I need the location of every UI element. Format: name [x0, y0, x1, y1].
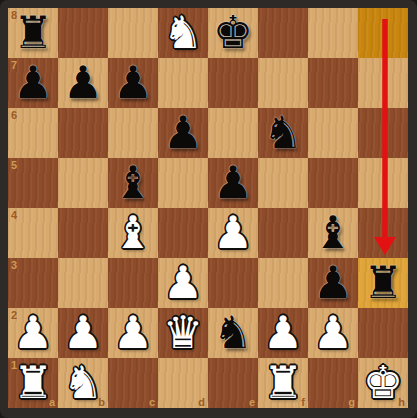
white-knight[interactable]: ♞ [63, 358, 103, 408]
square-f3[interactable] [258, 258, 308, 308]
black-rook[interactable]: ♜ [13, 8, 53, 58]
square-c8[interactable] [108, 8, 158, 58]
square-h2[interactable] [358, 308, 408, 358]
square-a1[interactable]: 1a♜ [8, 358, 58, 408]
square-a3[interactable]: 3 [8, 258, 58, 308]
file-label-h: h [398, 396, 405, 408]
black-pawn[interactable]: ♟ [13, 58, 53, 108]
rank-label-2: 2 [11, 309, 17, 321]
white-pawn[interactable]: ♟ [213, 208, 253, 258]
file-label-b: b [98, 396, 105, 408]
square-h3[interactable]: ♜ [358, 258, 408, 308]
square-c2[interactable]: ♟ [108, 308, 158, 358]
square-h4[interactable] [358, 208, 408, 258]
square-c6[interactable] [108, 108, 158, 158]
black-knight[interactable]: ♞ [263, 108, 303, 158]
square-h5[interactable] [358, 158, 408, 208]
square-b7[interactable]: ♟ [58, 58, 108, 108]
square-e2[interactable]: ♞ [208, 308, 258, 358]
square-c3[interactable] [108, 258, 158, 308]
white-pawn[interactable]: ♟ [313, 308, 353, 358]
square-a4[interactable]: 4 [8, 208, 58, 258]
black-rook[interactable]: ♜ [363, 258, 403, 308]
board-frame: 8♜♞♚7♟♟♟6♟♞5♝♟4♝♟♝3♟♟♜2♟♟♟♛♞♟♟1a♜b♞cdef♜… [0, 0, 417, 418]
square-c1[interactable]: c [108, 358, 158, 408]
black-bishop[interactable]: ♝ [113, 158, 153, 208]
square-b2[interactable]: ♟ [58, 308, 108, 358]
rank-label-3: 3 [11, 259, 17, 271]
square-g7[interactable] [308, 58, 358, 108]
square-b8[interactable] [58, 8, 108, 58]
square-g3[interactable]: ♟ [308, 258, 358, 308]
black-pawn[interactable]: ♟ [113, 58, 153, 108]
white-bishop[interactable]: ♝ [113, 208, 153, 258]
white-rook[interactable]: ♜ [263, 358, 303, 408]
black-king[interactable]: ♚ [213, 8, 253, 58]
rank-label-6: 6 [11, 109, 17, 121]
rank-label-5: 5 [11, 159, 17, 171]
square-h7[interactable] [358, 58, 408, 108]
rank-label-8: 8 [11, 9, 17, 21]
square-f7[interactable] [258, 58, 308, 108]
black-pawn[interactable]: ♟ [163, 108, 203, 158]
square-h8[interactable] [358, 8, 408, 58]
square-a8[interactable]: 8♜ [8, 8, 58, 58]
square-c5[interactable]: ♝ [108, 158, 158, 208]
square-d1[interactable]: d [158, 358, 208, 408]
square-h1[interactable]: h♚ [358, 358, 408, 408]
square-b1[interactable]: b♞ [58, 358, 108, 408]
black-bishop[interactable]: ♝ [313, 208, 353, 258]
white-king[interactable]: ♚ [363, 358, 403, 408]
square-e8[interactable]: ♚ [208, 8, 258, 58]
white-pawn[interactable]: ♟ [163, 258, 203, 308]
square-f2[interactable]: ♟ [258, 308, 308, 358]
white-queen[interactable]: ♛ [163, 308, 203, 358]
black-knight[interactable]: ♞ [213, 308, 253, 358]
square-h6[interactable] [358, 108, 408, 158]
file-label-g: g [348, 396, 355, 408]
file-label-f: f [301, 396, 305, 408]
square-d2[interactable]: ♛ [158, 308, 208, 358]
square-g5[interactable] [308, 158, 358, 208]
rank-label-4: 4 [11, 209, 17, 221]
square-e7[interactable] [208, 58, 258, 108]
square-f5[interactable] [258, 158, 308, 208]
black-pawn[interactable]: ♟ [213, 158, 253, 208]
square-b6[interactable] [58, 108, 108, 158]
rank-label-1: 1 [11, 359, 17, 371]
black-pawn[interactable]: ♟ [63, 58, 103, 108]
white-rook[interactable]: ♜ [13, 358, 53, 408]
square-d8[interactable]: ♞ [158, 8, 208, 58]
white-pawn[interactable]: ♟ [113, 308, 153, 358]
square-d3[interactable]: ♟ [158, 258, 208, 308]
square-d4[interactable] [158, 208, 208, 258]
square-b3[interactable] [58, 258, 108, 308]
file-label-c: c [149, 396, 155, 408]
square-a5[interactable]: 5 [8, 158, 58, 208]
square-g2[interactable]: ♟ [308, 308, 358, 358]
file-label-d: d [198, 396, 205, 408]
square-a7[interactable]: 7♟ [8, 58, 58, 108]
white-knight[interactable]: ♞ [163, 8, 203, 58]
square-f1[interactable]: f♜ [258, 358, 308, 408]
square-e4[interactable]: ♟ [208, 208, 258, 258]
square-g1[interactable]: g [308, 358, 358, 408]
square-b4[interactable] [58, 208, 108, 258]
square-e3[interactable] [208, 258, 258, 308]
square-f4[interactable] [258, 208, 308, 258]
square-f8[interactable] [258, 8, 308, 58]
square-e5[interactable]: ♟ [208, 158, 258, 208]
square-a6[interactable]: 6 [8, 108, 58, 158]
file-label-a: a [49, 396, 55, 408]
square-f6[interactable]: ♞ [258, 108, 308, 158]
square-d6[interactable]: ♟ [158, 108, 208, 158]
square-d5[interactable] [158, 158, 208, 208]
square-e1[interactable]: e [208, 358, 258, 408]
white-pawn[interactable]: ♟ [63, 308, 103, 358]
file-label-e: e [249, 396, 255, 408]
black-pawn[interactable]: ♟ [313, 258, 353, 308]
white-pawn[interactable]: ♟ [263, 308, 303, 358]
square-c7[interactable]: ♟ [108, 58, 158, 108]
square-g8[interactable] [308, 8, 358, 58]
square-a2[interactable]: 2♟ [8, 308, 58, 358]
square-b5[interactable] [58, 158, 108, 208]
chess-board: 8♜♞♚7♟♟♟6♟♞5♝♟4♝♟♝3♟♟♜2♟♟♟♛♞♟♟1a♜b♞cdef♜… [8, 8, 408, 408]
square-g6[interactable] [308, 108, 358, 158]
square-g4[interactable]: ♝ [308, 208, 358, 258]
square-c4[interactable]: ♝ [108, 208, 158, 258]
square-e6[interactable] [208, 108, 258, 158]
rank-label-7: 7 [11, 59, 17, 71]
square-d7[interactable] [158, 58, 208, 108]
white-pawn[interactable]: ♟ [13, 308, 53, 358]
